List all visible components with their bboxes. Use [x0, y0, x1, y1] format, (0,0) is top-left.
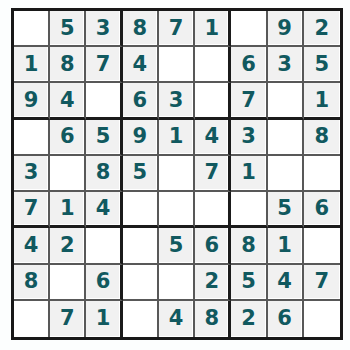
cell-r1c3: 3 [86, 11, 122, 47]
cell-r4c5: 1 [159, 120, 195, 156]
cell-r3c9: 1 [304, 83, 340, 119]
cell-r8c5[interactable] [159, 265, 195, 301]
sudoku-board: 5387192187463594637165914383857171456425… [11, 8, 343, 340]
cell-r6c8: 5 [268, 192, 304, 228]
cell-r9c9[interactable] [304, 301, 340, 337]
cell-r1c4: 8 [123, 11, 159, 47]
cell-r1c1[interactable] [14, 11, 50, 47]
cell-r3c6[interactable] [195, 83, 231, 119]
cell-r7c3[interactable] [86, 228, 122, 264]
cell-r6c6[interactable] [195, 192, 231, 228]
cell-r2c1: 1 [14, 47, 50, 83]
cell-r3c7: 7 [231, 83, 267, 119]
cell-r5c8[interactable] [268, 156, 304, 192]
cell-r7c5: 5 [159, 228, 195, 264]
cell-r9c2: 7 [50, 301, 86, 337]
cell-r4c3: 5 [86, 120, 122, 156]
cell-r4c1[interactable] [14, 120, 50, 156]
cell-r2c7: 6 [231, 47, 267, 83]
cell-r4c9: 8 [304, 120, 340, 156]
cell-r1c2: 5 [50, 11, 86, 47]
cell-r2c3: 7 [86, 47, 122, 83]
cell-r7c8: 1 [268, 228, 304, 264]
cell-r8c4[interactable] [123, 265, 159, 301]
cell-r2c9: 5 [304, 47, 340, 83]
cell-r2c4: 4 [123, 47, 159, 83]
sudoku-page: 5387192187463594637165914383857171456425… [0, 0, 350, 350]
cell-r7c1: 4 [14, 228, 50, 264]
cell-r5c3: 8 [86, 156, 122, 192]
cell-r8c7: 5 [231, 265, 267, 301]
cell-r1c7[interactable] [231, 11, 267, 47]
cell-r2c6[interactable] [195, 47, 231, 83]
cell-r3c3[interactable] [86, 83, 122, 119]
cell-r7c6: 6 [195, 228, 231, 264]
cell-r5c5[interactable] [159, 156, 195, 192]
cell-r9c7: 2 [231, 301, 267, 337]
cell-r3c5: 3 [159, 83, 195, 119]
cell-r4c2: 6 [50, 120, 86, 156]
cell-r1c9: 2 [304, 11, 340, 47]
cell-r6c2: 1 [50, 192, 86, 228]
cell-r5c7: 1 [231, 156, 267, 192]
cell-r4c6: 4 [195, 120, 231, 156]
cell-r8c6: 2 [195, 265, 231, 301]
cell-r3c4: 6 [123, 83, 159, 119]
cell-r8c2[interactable] [50, 265, 86, 301]
cell-r9c4[interactable] [123, 301, 159, 337]
cell-r2c8: 3 [268, 47, 304, 83]
cell-r1c5: 7 [159, 11, 195, 47]
cell-r6c1: 7 [14, 192, 50, 228]
cell-r7c9[interactable] [304, 228, 340, 264]
cell-r2c5[interactable] [159, 47, 195, 83]
cell-r5c9[interactable] [304, 156, 340, 192]
cell-r9c5: 4 [159, 301, 195, 337]
cell-r3c1: 9 [14, 83, 50, 119]
cell-r4c8[interactable] [268, 120, 304, 156]
cell-r6c3: 4 [86, 192, 122, 228]
cell-r9c8: 6 [268, 301, 304, 337]
cell-r9c6: 8 [195, 301, 231, 337]
cell-r5c4: 5 [123, 156, 159, 192]
cell-r1c6: 1 [195, 11, 231, 47]
cell-r7c4[interactable] [123, 228, 159, 264]
cell-r8c9: 7 [304, 265, 340, 301]
cell-r3c2: 4 [50, 83, 86, 119]
cell-r4c4: 9 [123, 120, 159, 156]
cell-r6c4[interactable] [123, 192, 159, 228]
cell-r1c8: 9 [268, 11, 304, 47]
cell-r6c9: 6 [304, 192, 340, 228]
cell-r9c1[interactable] [14, 301, 50, 337]
cell-r5c6: 7 [195, 156, 231, 192]
cell-r8c8: 4 [268, 265, 304, 301]
cell-r6c5[interactable] [159, 192, 195, 228]
cell-r2c2: 8 [50, 47, 86, 83]
cell-r6c7[interactable] [231, 192, 267, 228]
cell-r8c3: 6 [86, 265, 122, 301]
cell-r5c1: 3 [14, 156, 50, 192]
cell-r9c3: 1 [86, 301, 122, 337]
cell-r8c1: 8 [14, 265, 50, 301]
cell-r7c7: 8 [231, 228, 267, 264]
cell-r7c2: 2 [50, 228, 86, 264]
cell-r4c7: 3 [231, 120, 267, 156]
cell-r5c2[interactable] [50, 156, 86, 192]
cell-r3c8[interactable] [268, 83, 304, 119]
